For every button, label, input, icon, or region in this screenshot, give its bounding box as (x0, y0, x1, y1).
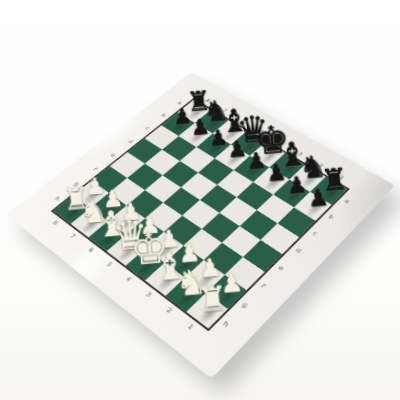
board-square (200, 185, 237, 213)
white-rook: ♜ (196, 282, 229, 317)
vinyl-chess-mat: hgfedcba hgfedcba 87654321 87654321 ♜♟♟♜… (6, 72, 395, 379)
mat-printed-area: hgfedcba hgfedcba 87654321 87654321 ♜♟♟♜… (31, 87, 369, 352)
black-pawn: ♟ (286, 174, 309, 198)
perspective-wrapper: hgfedcba hgfedcba 87654321 87654321 ♜♟♟♜… (0, 0, 400, 400)
board-frame: ♜♟♟♜♞♟♟♞♝♟♟♝♛♟♟♛♚♟♟♚♝♟♟♝♞♟♟♞♜♟♟♜ (51, 98, 350, 331)
black-pawn: ♟ (307, 187, 330, 211)
chess-set-photo: hgfedcba hgfedcba 87654321 87654321 ♜♟♟♜… (0, 0, 400, 400)
chess-board: ♜♟♟♜♞♟♟♞♝♟♟♝♛♟♟♛♚♟♟♚♝♟♟♝♞♟♟♞♜♟♟♜ (54, 100, 347, 328)
